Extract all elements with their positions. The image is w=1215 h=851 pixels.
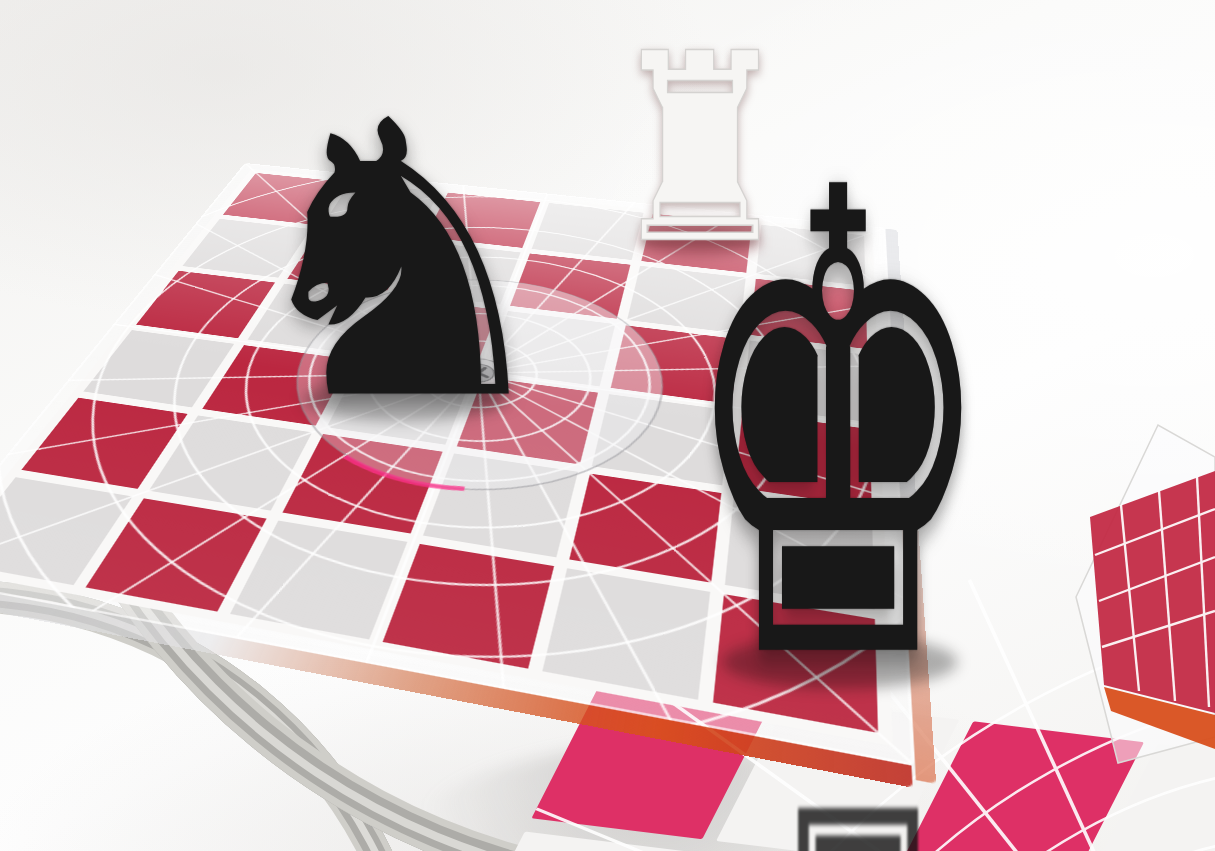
panel-red-square [1090,471,1215,713]
black-king-piece[interactable]: ♚ [680,109,996,749]
scene-chess-table-photo: ♚ [0,0,1215,851]
floating-corner-panel [1055,405,1215,795]
black-knight-piece[interactable]: ♞ [230,73,571,453]
